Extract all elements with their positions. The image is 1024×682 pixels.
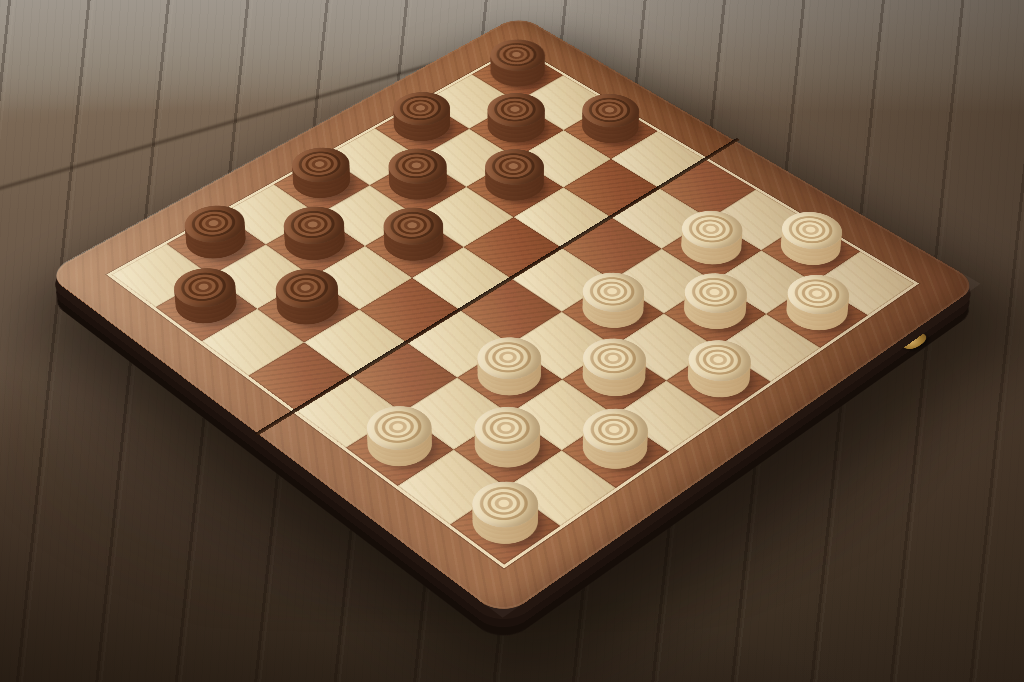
checkers-board: ⛂⛂⛂⛂⛂⛂⛂⛂⛂⛂⛂⛂⛀⛀⛀⛀⛀⛀⛀⛀⛀⛀⛀⛀	[46, 15, 981, 618]
square-r2-c1[interactable]: ⛂	[156, 276, 257, 341]
board-frame: ⛂⛂⛂⛂⛂⛂⛂⛂⛂⛂⛂⛂⛀⛀⛀⛀⛀⛀⛀⛀⛀⛀⛀⛀	[46, 15, 981, 618]
perspective-scene: ⛂⛂⛂⛂⛂⛂⛂⛂⛂⛂⛂⛂⛀⛀⛀⛀⛀⛀⛀⛀⛀⛀⛀⛀	[0, 0, 1024, 682]
photo-scene: ⛂⛂⛂⛂⛂⛂⛂⛂⛂⛂⛂⛂⛀⛀⛀⛀⛀⛀⛀⛀⛀⛀⛀⛀ Checkers (Draug…	[0, 0, 1024, 682]
dark-piece[interactable]: ⛂	[175, 219, 258, 271]
